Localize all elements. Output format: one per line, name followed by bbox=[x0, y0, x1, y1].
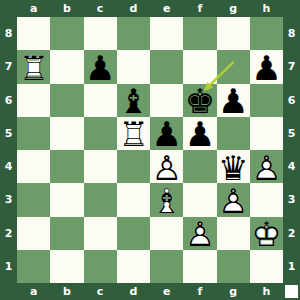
square-g6[interactable]: ♟ bbox=[217, 84, 250, 117]
file-labels-top: abcdefgh bbox=[17, 0, 283, 17]
square-d5[interactable]: ♜♖ bbox=[117, 117, 150, 150]
square-a7[interactable]: ♜♖ bbox=[17, 50, 50, 83]
piece-glyph: ♚ bbox=[183, 84, 216, 117]
square-h3[interactable] bbox=[250, 183, 283, 216]
piece-wR-a7[interactable]: ♜♖ bbox=[17, 50, 50, 83]
square-b6[interactable] bbox=[50, 84, 83, 117]
rank-label-right-1: 1 bbox=[283, 250, 300, 283]
square-c1[interactable] bbox=[84, 250, 117, 283]
rank-label-left-4: 4 bbox=[0, 150, 17, 183]
rank-label-left-3: 3 bbox=[0, 183, 17, 216]
piece-glyph: ♟ bbox=[183, 117, 216, 150]
rank-label-left-1: 1 bbox=[0, 250, 17, 283]
piece-outline: ♙ bbox=[250, 150, 283, 183]
square-b8[interactable] bbox=[50, 17, 83, 50]
square-d2[interactable] bbox=[117, 217, 150, 250]
rank-label-left-6: 6 bbox=[0, 84, 17, 117]
square-g7[interactable] bbox=[217, 50, 250, 83]
rank-label-right-8: 8 bbox=[283, 17, 300, 50]
file-label-bottom-e: e bbox=[150, 283, 183, 300]
rank-labels-right: 87654321 bbox=[283, 17, 300, 283]
piece-glyph: ♟ bbox=[150, 117, 183, 150]
square-c8[interactable] bbox=[84, 17, 117, 50]
square-f4[interactable] bbox=[183, 150, 216, 183]
piece-outline: ♙ bbox=[150, 150, 183, 183]
file-label-top-e: e bbox=[150, 0, 183, 17]
square-b7[interactable] bbox=[50, 50, 83, 83]
file-label-bottom-g: g bbox=[217, 283, 250, 300]
rank-label-right-6: 6 bbox=[283, 84, 300, 117]
square-f3[interactable] bbox=[183, 183, 216, 216]
piece-outline: ♖ bbox=[17, 50, 50, 83]
piece-outline: ♙ bbox=[217, 183, 250, 216]
piece-glyph: ♟ bbox=[84, 50, 117, 83]
square-f5[interactable]: ♟ bbox=[183, 117, 216, 150]
rank-label-right-4: 4 bbox=[283, 150, 300, 183]
square-c7[interactable]: ♟ bbox=[84, 50, 117, 83]
file-label-top-d: d bbox=[117, 0, 150, 17]
file-label-bottom-c: c bbox=[84, 283, 117, 300]
square-d3[interactable] bbox=[117, 183, 150, 216]
square-d1[interactable] bbox=[117, 250, 150, 283]
rank-labels-left: 87654321 bbox=[0, 17, 17, 283]
square-h5[interactable] bbox=[250, 117, 283, 150]
piece-bP-g6[interactable]: ♟ bbox=[217, 84, 250, 117]
square-e3[interactable]: ♝♗ bbox=[150, 183, 183, 216]
square-d7[interactable] bbox=[117, 50, 150, 83]
square-g1[interactable] bbox=[217, 250, 250, 283]
file-label-top-h: h bbox=[250, 0, 283, 17]
piece-bP-h7[interactable]: ♟ bbox=[250, 50, 283, 83]
file-label-bottom-h: h bbox=[250, 283, 283, 300]
piece-wP-h4[interactable]: ♟♙ bbox=[250, 150, 283, 183]
rank-label-right-2: 2 bbox=[283, 217, 300, 250]
piece-outline: ♖ bbox=[117, 117, 150, 150]
file-label-bottom-a: a bbox=[17, 283, 50, 300]
board-grid: ♜♖♟♟♝♚♟♜♖♟♟♟♙♛♟♙♝♗♟♙♟♙♚♔ bbox=[17, 17, 283, 283]
square-a1[interactable] bbox=[17, 250, 50, 283]
file-label-top-b: b bbox=[50, 0, 83, 17]
square-c3[interactable] bbox=[84, 183, 117, 216]
square-c2[interactable] bbox=[84, 217, 117, 250]
square-h1[interactable] bbox=[250, 250, 283, 283]
square-a6[interactable] bbox=[17, 84, 50, 117]
piece-glyph: ♛ bbox=[217, 150, 250, 183]
rank-label-left-2: 2 bbox=[0, 217, 17, 250]
piece-bP-f5[interactable]: ♟ bbox=[183, 117, 216, 150]
square-c4[interactable] bbox=[84, 150, 117, 183]
square-g2[interactable] bbox=[217, 217, 250, 250]
square-b4[interactable] bbox=[50, 150, 83, 183]
square-c6[interactable] bbox=[84, 84, 117, 117]
square-f6[interactable]: ♚ bbox=[183, 84, 216, 117]
piece-wP-g3[interactable]: ♟♙ bbox=[217, 183, 250, 216]
square-b1[interactable] bbox=[50, 250, 83, 283]
square-e4[interactable]: ♟♙ bbox=[150, 150, 183, 183]
square-h2[interactable]: ♚♔ bbox=[250, 217, 283, 250]
piece-bP-c7[interactable]: ♟ bbox=[84, 50, 117, 83]
rank-label-right-5: 5 bbox=[283, 117, 300, 150]
piece-glyph: ♟ bbox=[217, 84, 250, 117]
square-b2[interactable] bbox=[50, 217, 83, 250]
rank-label-left-8: 8 bbox=[0, 17, 17, 50]
rank-label-left-7: 7 bbox=[0, 50, 17, 83]
square-h8[interactable] bbox=[250, 17, 283, 50]
file-label-top-c: c bbox=[84, 0, 117, 17]
square-a2[interactable] bbox=[17, 217, 50, 250]
square-g3[interactable]: ♟♙ bbox=[217, 183, 250, 216]
square-e2[interactable] bbox=[150, 217, 183, 250]
piece-wB-e3[interactable]: ♝♗ bbox=[150, 183, 183, 216]
file-label-bottom-b: b bbox=[50, 283, 83, 300]
piece-outline: ♔ bbox=[250, 217, 283, 250]
square-h7[interactable]: ♟ bbox=[250, 50, 283, 83]
piece-wR-d5[interactable]: ♜♖ bbox=[117, 117, 150, 150]
file-label-top-f: f bbox=[183, 0, 216, 17]
piece-bK-f6[interactable]: ♚ bbox=[183, 84, 216, 117]
square-b5[interactable] bbox=[50, 117, 83, 150]
square-g8[interactable] bbox=[217, 17, 250, 50]
square-d4[interactable] bbox=[117, 150, 150, 183]
square-e7[interactable] bbox=[150, 50, 183, 83]
piece-wP-f2[interactable]: ♟♙ bbox=[183, 217, 216, 250]
chessboard: abcdefgh abcdefgh 87654321 87654321 ♜♖♟♟… bbox=[0, 0, 300, 300]
square-e5[interactable]: ♟ bbox=[150, 117, 183, 150]
square-e8[interactable] bbox=[150, 17, 183, 50]
square-a8[interactable] bbox=[17, 17, 50, 50]
side-to-move-indicator bbox=[285, 285, 298, 298]
square-c5[interactable] bbox=[84, 117, 117, 150]
square-f7[interactable] bbox=[183, 50, 216, 83]
rank-label-right-3: 3 bbox=[283, 183, 300, 216]
square-a3[interactable] bbox=[17, 183, 50, 216]
piece-glyph: ♟ bbox=[250, 50, 283, 83]
square-h6[interactable] bbox=[250, 84, 283, 117]
square-h4[interactable]: ♟♙ bbox=[250, 150, 283, 183]
piece-wP-e4[interactable]: ♟♙ bbox=[150, 150, 183, 183]
file-label-bottom-d: d bbox=[117, 283, 150, 300]
square-b3[interactable] bbox=[50, 183, 83, 216]
square-f2[interactable]: ♟♙ bbox=[183, 217, 216, 250]
square-e1[interactable] bbox=[150, 250, 183, 283]
square-d6[interactable]: ♝ bbox=[117, 84, 150, 117]
square-d8[interactable] bbox=[117, 17, 150, 50]
square-e6[interactable] bbox=[150, 84, 183, 117]
piece-glyph: ♝ bbox=[117, 84, 150, 117]
piece-outline: ♗ bbox=[150, 183, 183, 216]
square-f8[interactable] bbox=[183, 17, 216, 50]
piece-outline: ♙ bbox=[183, 217, 216, 250]
piece-bQ-g4[interactable]: ♛ bbox=[217, 150, 250, 183]
square-a5[interactable] bbox=[17, 117, 50, 150]
square-g4[interactable]: ♛ bbox=[217, 150, 250, 183]
file-labels-bottom: abcdefgh bbox=[17, 283, 283, 300]
piece-bP-e5[interactable]: ♟ bbox=[150, 117, 183, 150]
square-f1[interactable] bbox=[183, 250, 216, 283]
piece-wK-h2[interactable]: ♚♔ bbox=[250, 217, 283, 250]
square-a4[interactable] bbox=[17, 150, 50, 183]
rank-label-right-7: 7 bbox=[283, 50, 300, 83]
square-g5[interactable] bbox=[217, 117, 250, 150]
file-label-bottom-f: f bbox=[183, 283, 216, 300]
rank-label-left-5: 5 bbox=[0, 117, 17, 150]
piece-bB-d6[interactable]: ♝ bbox=[117, 84, 150, 117]
file-label-top-g: g bbox=[217, 0, 250, 17]
file-label-top-a: a bbox=[17, 0, 50, 17]
